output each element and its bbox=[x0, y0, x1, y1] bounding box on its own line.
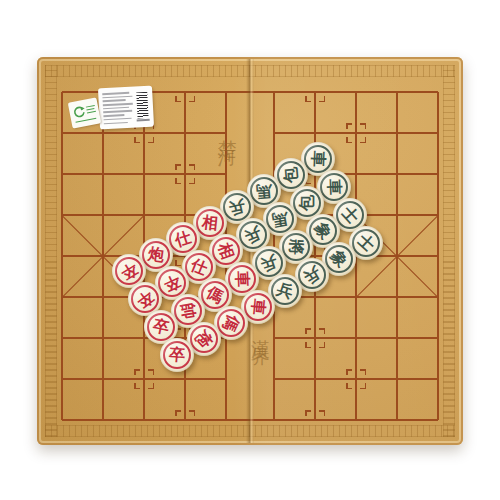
grid-line bbox=[305, 410, 307, 416]
piece-character: 兵 bbox=[228, 198, 247, 217]
piece-character: 包 bbox=[282, 166, 299, 183]
grid-line bbox=[153, 369, 155, 375]
piece-character: 帥 bbox=[179, 302, 198, 321]
grid-line bbox=[324, 410, 326, 416]
piece-character: 車 bbox=[326, 179, 343, 196]
barcode-number bbox=[137, 119, 150, 121]
piece-character: 包 bbox=[299, 195, 315, 211]
piece-character: 卒 bbox=[168, 346, 185, 363]
label-text-lines bbox=[102, 92, 134, 127]
piece-character: 將 bbox=[288, 239, 305, 256]
piece-character: 仕 bbox=[189, 257, 210, 278]
piece-character: 士 bbox=[355, 232, 378, 255]
xiangqi-piece-red[interactable]: 卒 bbox=[160, 338, 194, 372]
piece-character: 傌 bbox=[220, 312, 241, 333]
piece-character: 卒 bbox=[152, 318, 171, 337]
piece-character: 兵 bbox=[243, 225, 264, 246]
grid-line bbox=[62, 378, 227, 379]
piece-character: 炮 bbox=[193, 328, 216, 351]
piece-character: 仕 bbox=[173, 229, 193, 249]
grid-line bbox=[274, 337, 439, 338]
grid-line bbox=[324, 342, 326, 348]
piece-character: 相 bbox=[201, 214, 219, 232]
product-photo: 楚河 漢界 卒炮仕相兵馬包車卒卒仕相兵馬包車卒帥傌 bbox=[0, 0, 500, 500]
grid-line bbox=[365, 123, 367, 129]
meander-border-right bbox=[443, 65, 455, 437]
piece-character: 相 bbox=[216, 241, 237, 262]
grid-line bbox=[274, 378, 439, 379]
eco-logo-sticker bbox=[68, 97, 101, 128]
grid-line bbox=[194, 178, 196, 184]
piece-character: 馬 bbox=[255, 182, 272, 199]
piece-character: 車 bbox=[249, 298, 266, 315]
piece-character: 車 bbox=[234, 271, 251, 288]
piece-character: 炮 bbox=[147, 246, 165, 264]
grid-line bbox=[134, 369, 136, 375]
grid-line bbox=[346, 137, 348, 143]
grid-line bbox=[346, 123, 348, 129]
grid-line bbox=[194, 96, 196, 102]
barcode-label-sticker bbox=[98, 86, 154, 130]
recycle-arrows-icon bbox=[71, 104, 86, 119]
piece-character: 卒 bbox=[161, 272, 182, 293]
piece-character: 兵 bbox=[301, 264, 323, 286]
piece-character: 兵 bbox=[275, 281, 295, 301]
grid-line bbox=[305, 328, 307, 334]
grid-line bbox=[365, 369, 367, 375]
grid-line bbox=[175, 96, 177, 102]
river-inscription-top: 楚河 bbox=[215, 124, 241, 142]
grid-line bbox=[305, 96, 307, 102]
grid-line bbox=[175, 260, 177, 266]
grid-line bbox=[134, 383, 136, 389]
grid-line bbox=[324, 96, 326, 102]
grid-line bbox=[62, 132, 227, 133]
grid-line bbox=[274, 132, 439, 133]
piece-character: 士 bbox=[339, 204, 362, 227]
grid-line bbox=[194, 410, 196, 416]
grid-line bbox=[134, 137, 136, 143]
piece-character: 車 bbox=[310, 151, 327, 168]
piece-character: 卒 bbox=[134, 288, 156, 310]
grid-line bbox=[346, 383, 348, 389]
grid-line bbox=[153, 383, 155, 389]
grid-line bbox=[175, 164, 177, 170]
grid-line bbox=[153, 137, 155, 143]
piece-character: 傌 bbox=[204, 284, 226, 306]
grid-line bbox=[194, 164, 196, 170]
barcode bbox=[136, 92, 148, 119]
grid-line bbox=[365, 383, 367, 389]
grid-line bbox=[175, 410, 177, 416]
piece-character: 象 bbox=[328, 248, 351, 271]
grid-line bbox=[62, 173, 227, 174]
grid-line bbox=[365, 137, 367, 143]
grid-line bbox=[324, 328, 326, 334]
piece-character: 卒 bbox=[118, 260, 140, 282]
piece-character: 兵 bbox=[259, 253, 279, 273]
meander-border-left bbox=[45, 65, 57, 437]
piece-character: 馬 bbox=[271, 210, 290, 229]
grid-line bbox=[175, 178, 177, 184]
piece-character: 象 bbox=[312, 220, 334, 242]
grid-line bbox=[346, 369, 348, 375]
grid-line bbox=[305, 342, 307, 348]
